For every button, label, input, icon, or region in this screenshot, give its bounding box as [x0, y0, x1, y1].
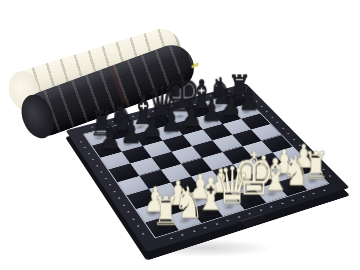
- piece-shadow: [302, 175, 324, 187]
- piece-shadow: [97, 144, 118, 155]
- piece-shadow: [281, 181, 304, 193]
- piece-shadow: [159, 127, 180, 138]
- product-photo: ♜♞♝♛♚♝♞♜♟♟♟♟♟♟♟♟♟♟♟♟♟♟♟♟♜♞♝♛♚♝♞♜: [0, 0, 360, 270]
- piece-shadow: [218, 201, 241, 214]
- piece-shadow: [260, 188, 283, 201]
- square-a6: [100, 152, 130, 170]
- piece-shadow: [239, 194, 262, 207]
- piece-shadow: [196, 207, 219, 220]
- board-frame: ♜♞♝♛♚♝♞♜♟♟♟♟♟♟♟♟♟♟♟♟♟♟♟♟♜♞♝♛♚♝♞♜: [66, 83, 350, 252]
- chess-board: ♜♞♝♛♚♝♞♜♟♟♟♟♟♟♟♟♟♟♟♟♟♟♟♟♜♞♝♛♚♝♞♜: [96, 52, 308, 264]
- piece-shadow: [207, 187, 229, 200]
- piece-shadow: [174, 214, 197, 228]
- piece-shadow: [110, 127, 130, 138]
- piece-shadow: [151, 221, 174, 235]
- piece-shadow: [170, 111, 190, 121]
- piece-shadow: [208, 101, 228, 111]
- piece-shadow: [130, 122, 150, 132]
- piece-shadow: [249, 175, 271, 187]
- piece-shadow: [164, 200, 187, 213]
- piece-shadow: [270, 169, 292, 181]
